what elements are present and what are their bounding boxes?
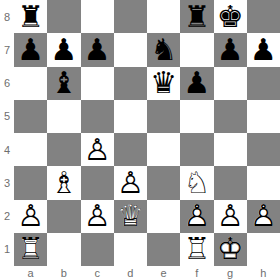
square-f7[interactable] <box>180 33 213 66</box>
square-d2[interactable]: ♛♕ <box>114 200 147 233</box>
square-h3[interactable] <box>247 166 280 199</box>
white-piece-fill-glyph: ♝ <box>47 166 80 199</box>
file-label-e: e <box>147 266 180 280</box>
file-label-f: f <box>180 266 213 280</box>
square-d5[interactable] <box>114 100 147 133</box>
square-a7[interactable]: ♟ <box>14 33 47 66</box>
square-d1[interactable] <box>114 233 147 266</box>
white-piece-fill-glyph: ♜ <box>180 233 213 266</box>
square-e1[interactable] <box>147 233 180 266</box>
black-piece-glyph: ♚ <box>214 0 247 33</box>
file-label-d: d <box>114 266 147 280</box>
chess-diagram: 87654321 ♜♜♚♟♟♟♞♟♟♝♛♟♟♙♝♗♟♙♞♘♟♙♟♙♛♕♟♙♟♙♟… <box>0 0 280 280</box>
square-a2[interactable]: ♟♙ <box>14 200 47 233</box>
white-piece-outline-glyph: ♙ <box>81 200 114 233</box>
rank-label-5: 5 <box>0 100 14 133</box>
white-piece-outline-glyph: ♙ <box>14 200 47 233</box>
square-g5[interactable] <box>214 100 247 133</box>
square-f6[interactable]: ♟ <box>180 67 213 100</box>
square-g2[interactable]: ♟♙ <box>214 200 247 233</box>
square-a6[interactable] <box>14 67 47 100</box>
white-piece-outline-glyph: ♙ <box>214 200 247 233</box>
square-b4[interactable] <box>47 133 80 166</box>
square-c5[interactable] <box>81 100 114 133</box>
square-a3[interactable] <box>14 166 47 199</box>
square-f2[interactable]: ♟♙ <box>180 200 213 233</box>
square-c3[interactable] <box>81 166 114 199</box>
rank-label-2: 2 <box>0 200 14 233</box>
piece-white-pawn-f2[interactable]: ♟♙ <box>180 200 213 233</box>
black-piece-glyph: ♞ <box>147 33 180 66</box>
square-g1[interactable]: ♚♔ <box>214 233 247 266</box>
white-piece-fill-glyph: ♟ <box>114 166 147 199</box>
square-h5[interactable] <box>247 100 280 133</box>
piece-black-king-g8[interactable]: ♚ <box>214 0 247 33</box>
square-g7[interactable]: ♟ <box>214 33 247 66</box>
square-d3[interactable]: ♟♙ <box>114 166 147 199</box>
piece-black-knight-e7[interactable]: ♞ <box>147 33 180 66</box>
square-c4[interactable]: ♟♙ <box>81 133 114 166</box>
white-piece-outline-glyph: ♙ <box>247 200 280 233</box>
square-c7[interactable]: ♟ <box>81 33 114 66</box>
piece-white-pawn-g2[interactable]: ♟♙ <box>214 200 247 233</box>
black-piece-glyph: ♜ <box>180 0 213 33</box>
square-e5[interactable] <box>147 100 180 133</box>
square-b1[interactable] <box>47 233 80 266</box>
file-label-b: b <box>47 266 80 280</box>
black-piece-glyph: ♟ <box>47 33 80 66</box>
square-e8[interactable] <box>147 0 180 33</box>
square-a1[interactable]: ♜♖ <box>14 233 47 266</box>
rank-label-6: 6 <box>0 67 14 100</box>
piece-white-pawn-h2[interactable]: ♟♙ <box>247 200 280 233</box>
square-h6[interactable] <box>247 67 280 100</box>
white-piece-fill-glyph: ♟ <box>81 133 114 166</box>
piece-black-queen-e6[interactable]: ♛ <box>147 67 180 100</box>
piece-black-rook-f8[interactable]: ♜ <box>180 0 213 33</box>
black-piece-glyph: ♜ <box>14 0 47 33</box>
square-f1[interactable]: ♜♖ <box>180 233 213 266</box>
rank-label-8: 8 <box>0 0 14 33</box>
square-c1[interactable] <box>81 233 114 266</box>
square-e3[interactable] <box>147 166 180 199</box>
white-piece-fill-glyph: ♞ <box>180 166 213 199</box>
square-e6[interactable]: ♛ <box>147 67 180 100</box>
white-piece-outline-glyph: ♘ <box>180 166 213 199</box>
square-d4[interactable] <box>114 133 147 166</box>
square-b2[interactable] <box>47 200 80 233</box>
square-g8[interactable]: ♚ <box>214 0 247 33</box>
white-piece-fill-glyph: ♛ <box>114 200 147 233</box>
square-f8[interactable]: ♜ <box>180 0 213 33</box>
square-c8[interactable] <box>81 0 114 33</box>
square-b6[interactable]: ♝ <box>47 67 80 100</box>
square-d8[interactable] <box>114 0 147 33</box>
white-piece-fill-glyph: ♟ <box>14 200 47 233</box>
piece-white-pawn-d3[interactable]: ♟♙ <box>114 166 147 199</box>
piece-black-pawn-a7[interactable]: ♟ <box>14 33 47 66</box>
file-label-g: g <box>214 266 247 280</box>
square-c6[interactable] <box>81 67 114 100</box>
square-f3[interactable]: ♞♘ <box>180 166 213 199</box>
piece-black-pawn-b7[interactable]: ♟ <box>47 33 80 66</box>
square-e2[interactable] <box>147 200 180 233</box>
rank-labels: 87654321 <box>0 0 14 266</box>
black-piece-glyph: ♟ <box>180 67 213 100</box>
piece-black-rook-a8[interactable]: ♜ <box>14 0 47 33</box>
square-h4[interactable] <box>247 133 280 166</box>
square-b5[interactable] <box>47 100 80 133</box>
piece-white-king-g1[interactable]: ♚♔ <box>214 233 247 266</box>
square-g3[interactable] <box>214 166 247 199</box>
square-h8[interactable] <box>247 0 280 33</box>
white-piece-outline-glyph: ♙ <box>81 133 114 166</box>
piece-white-rook-a1[interactable]: ♜♖ <box>14 233 47 266</box>
white-piece-fill-glyph: ♟ <box>247 200 280 233</box>
piece-white-knight-f3[interactable]: ♞♘ <box>180 166 213 199</box>
piece-black-pawn-g7[interactable]: ♟ <box>214 33 247 66</box>
piece-black-pawn-f6[interactable]: ♟ <box>180 67 213 100</box>
rank-label-3: 3 <box>0 166 14 199</box>
piece-black-bishop-b6[interactable]: ♝ <box>47 67 80 100</box>
white-piece-outline-glyph: ♔ <box>214 233 247 266</box>
white-piece-outline-glyph: ♕ <box>114 200 147 233</box>
square-a8[interactable]: ♜ <box>14 0 47 33</box>
white-piece-fill-glyph: ♟ <box>180 200 213 233</box>
square-h1[interactable] <box>247 233 280 266</box>
piece-white-queen-d2[interactable]: ♛♕ <box>114 200 147 233</box>
rank-label-7: 7 <box>0 33 14 66</box>
black-piece-glyph: ♟ <box>214 33 247 66</box>
black-piece-glyph: ♟ <box>81 33 114 66</box>
rank-label-1: 1 <box>0 233 14 266</box>
square-g6[interactable] <box>214 67 247 100</box>
white-piece-fill-glyph: ♜ <box>14 233 47 266</box>
square-b3[interactable]: ♝♗ <box>47 166 80 199</box>
white-piece-outline-glyph: ♖ <box>14 233 47 266</box>
black-piece-glyph: ♛ <box>147 67 180 100</box>
black-piece-glyph: ♝ <box>47 67 80 100</box>
rank-label-4: 4 <box>0 133 14 166</box>
file-label-a: a <box>14 266 47 280</box>
square-g4[interactable] <box>214 133 247 166</box>
piece-black-pawn-c7[interactable]: ♟ <box>81 33 114 66</box>
piece-black-pawn-h7[interactable]: ♟ <box>247 33 280 66</box>
square-d6[interactable] <box>114 67 147 100</box>
square-b8[interactable] <box>47 0 80 33</box>
white-piece-outline-glyph: ♗ <box>47 166 80 199</box>
chess-board[interactable]: ♜♜♚♟♟♟♞♟♟♝♛♟♟♙♝♗♟♙♞♘♟♙♟♙♛♕♟♙♟♙♟♙♜♖♜♖♚♔ <box>14 0 280 266</box>
square-d7[interactable] <box>114 33 147 66</box>
piece-white-rook-f1[interactable]: ♜♖ <box>180 233 213 266</box>
file-label-h: h <box>247 266 280 280</box>
piece-white-pawn-c2[interactable]: ♟♙ <box>81 200 114 233</box>
file-labels: abcdefgh <box>14 266 280 280</box>
piece-white-pawn-c4[interactable]: ♟♙ <box>81 133 114 166</box>
white-piece-outline-glyph: ♖ <box>180 233 213 266</box>
square-f5[interactable] <box>180 100 213 133</box>
white-piece-fill-glyph: ♟ <box>81 200 114 233</box>
square-a5[interactable] <box>14 100 47 133</box>
piece-white-pawn-a2[interactable]: ♟♙ <box>14 200 47 233</box>
square-h7[interactable]: ♟ <box>247 33 280 66</box>
square-e7[interactable]: ♞ <box>147 33 180 66</box>
piece-white-bishop-b3[interactable]: ♝♗ <box>47 166 80 199</box>
white-piece-outline-glyph: ♙ <box>114 166 147 199</box>
white-piece-outline-glyph: ♙ <box>180 200 213 233</box>
square-a4[interactable] <box>14 133 47 166</box>
square-e4[interactable] <box>147 133 180 166</box>
white-piece-fill-glyph: ♟ <box>214 200 247 233</box>
square-h2[interactable]: ♟♙ <box>247 200 280 233</box>
square-b7[interactable]: ♟ <box>47 33 80 66</box>
square-c2[interactable]: ♟♙ <box>81 200 114 233</box>
file-label-c: c <box>81 266 114 280</box>
square-f4[interactable] <box>180 133 213 166</box>
black-piece-glyph: ♟ <box>14 33 47 66</box>
black-piece-glyph: ♟ <box>247 33 280 66</box>
white-piece-fill-glyph: ♚ <box>214 233 247 266</box>
